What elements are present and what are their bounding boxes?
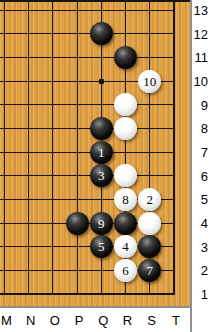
stone-R2[interactable]: 6	[114, 259, 137, 282]
grid-vline-T	[173, 0, 175, 295]
grid-hline-12	[0, 33, 175, 34]
grid-vline-P	[77, 0, 78, 295]
row-label-5: 5	[201, 193, 208, 206]
stone-Q6[interactable]: 3	[90, 164, 113, 187]
stone-Q4[interactable]: 9	[90, 212, 113, 235]
grid-hline-9	[0, 104, 175, 105]
row-label-9: 9	[201, 98, 208, 111]
col-label-N: N	[26, 314, 35, 327]
col-label-Q: Q	[98, 314, 108, 327]
stone-S4[interactable]	[138, 212, 161, 235]
move-number-label: 3	[98, 169, 105, 182]
move-number-label: 9	[98, 216, 105, 229]
stone-R4[interactable]	[114, 212, 137, 235]
stone-R8[interactable]	[114, 117, 137, 140]
stone-R9[interactable]	[114, 93, 137, 116]
move-number-label: 5	[98, 240, 105, 253]
row-label-6: 6	[201, 169, 208, 182]
move-number-label: 8	[122, 192, 129, 205]
row-label-4: 4	[201, 217, 208, 230]
move-number-label: 1	[98, 145, 105, 158]
row-label-11: 11	[195, 51, 209, 64]
col-label-T: T	[172, 314, 180, 327]
column-coordinate-strip: MNOPQRST	[0, 306, 190, 332]
stone-S10[interactable]: 10	[138, 70, 161, 93]
star-point-Q10	[99, 79, 104, 84]
col-label-M: M	[1, 314, 12, 327]
col-label-S: S	[147, 314, 156, 327]
stone-S3[interactable]	[138, 235, 161, 258]
grid-vline-O	[52, 0, 53, 295]
grid-vline-N	[28, 0, 29, 295]
row-coordinate-strip: 13121110987654321	[190, 0, 212, 332]
col-label-P: P	[75, 314, 84, 327]
grid-vline-M	[4, 0, 5, 295]
move-number-label: 10	[143, 74, 156, 87]
go-board[interactable]: 10138295467	[0, 0, 190, 306]
row-label-7: 7	[201, 146, 208, 159]
row-label-12: 12	[194, 27, 208, 40]
row-label-1: 1	[201, 288, 208, 301]
row-label-8: 8	[201, 122, 208, 135]
col-label-O: O	[50, 314, 60, 327]
stone-R11[interactable]	[114, 46, 137, 69]
stone-Q12[interactable]	[90, 22, 113, 45]
row-label-10: 10	[194, 75, 208, 88]
row-label-3: 3	[201, 240, 208, 253]
grid-hline-13	[0, 10, 175, 11]
move-number-label: 2	[146, 192, 153, 205]
col-label-R: R	[123, 314, 132, 327]
stone-R5[interactable]: 8	[114, 188, 137, 211]
stone-S2[interactable]: 7	[138, 259, 161, 282]
stone-Q3[interactable]: 5	[90, 235, 113, 258]
stone-P4[interactable]	[66, 212, 89, 235]
stone-Q8[interactable]	[90, 117, 113, 140]
move-number-label: 6	[122, 263, 129, 276]
move-number-label: 4	[122, 240, 129, 253]
grid-hline-6	[0, 175, 175, 176]
row-label-2: 2	[201, 264, 208, 277]
row-label-13: 13	[194, 4, 208, 17]
grid-hline-1	[0, 293, 175, 295]
move-number-label: 7	[146, 263, 153, 276]
stone-R6[interactable]	[114, 164, 137, 187]
stone-S5[interactable]: 2	[138, 188, 161, 211]
stone-Q7[interactable]: 1	[90, 141, 113, 164]
stone-R3[interactable]: 4	[114, 235, 137, 258]
grid-hline-11	[0, 57, 175, 58]
grid-hline-8	[0, 128, 175, 129]
go-diagram-window: 10138295467 13121110987654321 MNOPQRST	[0, 0, 212, 332]
grid-hline-7	[0, 152, 175, 153]
